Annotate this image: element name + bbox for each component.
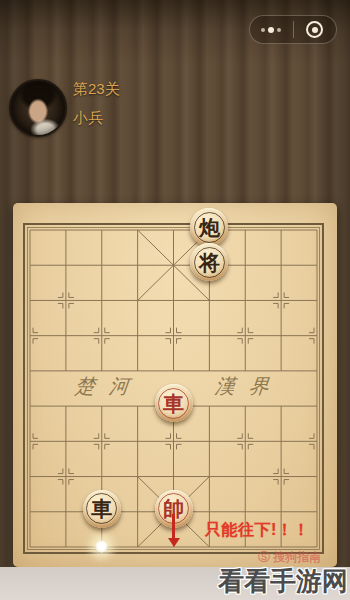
wechat-capsule bbox=[249, 15, 337, 44]
piece-character: 炮 bbox=[199, 217, 220, 238]
site-watermark-text: 看看手游网 bbox=[218, 564, 348, 599]
watermark-strip: 看看手游网 bbox=[0, 567, 350, 600]
exit-button[interactable] bbox=[294, 21, 337, 38]
move-arrow-down bbox=[172, 514, 175, 539]
app-screen: 第23关 小兵 楚河 漢界 只能往下!！！ 炮将車車帥 看看手游网 Ⓢ 搜狗指南 bbox=[0, 0, 350, 600]
piece-character: 将 bbox=[199, 252, 220, 273]
more-dot-icon bbox=[277, 28, 281, 32]
more-dot-icon bbox=[261, 28, 265, 32]
river-label-left: 楚河 bbox=[74, 373, 145, 400]
more-options-button[interactable] bbox=[250, 27, 293, 33]
xiangqi-board[interactable]: 楚河 漢界 只能往下!！！ 炮将車車帥 bbox=[13, 203, 337, 567]
more-dot-icon bbox=[268, 27, 274, 33]
player-avatar bbox=[9, 79, 67, 137]
piece-black-車[interactable]: 車 bbox=[83, 490, 121, 528]
river-label-right: 漢界 bbox=[214, 373, 285, 400]
piece-character: 車 bbox=[163, 393, 184, 414]
piece-red-車[interactable]: 車 bbox=[155, 384, 193, 422]
rank-label: 小兵 bbox=[73, 109, 103, 128]
target-circle-icon bbox=[306, 21, 323, 38]
faint-watermark-text: Ⓢ 搜狗指南 bbox=[258, 549, 321, 566]
level-label: 第23关 bbox=[73, 80, 120, 99]
piece-character: 車 bbox=[91, 498, 112, 519]
move-hint-text: 只能往下!！！ bbox=[205, 520, 310, 541]
